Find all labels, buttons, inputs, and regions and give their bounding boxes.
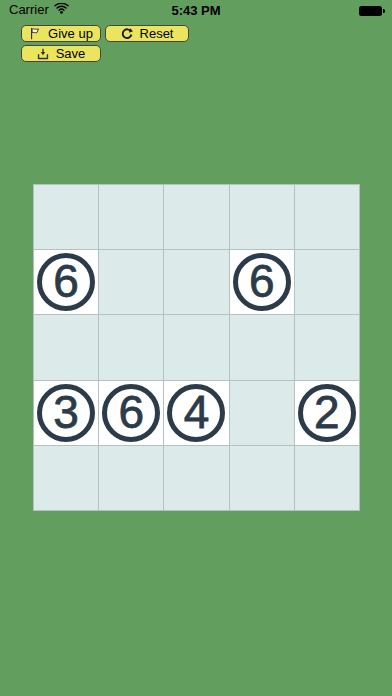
save-button[interactable]: Save [21, 45, 101, 62]
board: 663642 [33, 184, 360, 511]
cell-r3c4[interactable] [230, 315, 294, 379]
cell-r1c2[interactable] [99, 185, 163, 249]
cell-r3c5[interactable] [295, 315, 359, 379]
reset-label: Reset [140, 27, 174, 40]
cell-r4c1[interactable]: 3 [34, 381, 98, 445]
save-tray-icon [37, 48, 49, 60]
battery-full-icon [359, 6, 382, 16]
cell-r4c3[interactable]: 4 [164, 381, 228, 445]
cell-r5c1[interactable] [34, 446, 98, 510]
cell-r1c5[interactable] [295, 185, 359, 249]
screen: { "game": "kuromasu", "position": { "row… [0, 0, 392, 696]
cell-r5c2[interactable] [99, 446, 163, 510]
cell-r5c3[interactable] [164, 446, 228, 510]
cell-r4c2[interactable]: 6 [99, 381, 163, 445]
cell-r2c5[interactable] [295, 250, 359, 314]
clue-circle: 2 [298, 384, 356, 442]
save-label: Save [56, 47, 86, 60]
reset-button[interactable]: Reset [105, 25, 189, 42]
clue-circle: 3 [37, 384, 95, 442]
cell-r4c5[interactable]: 2 [295, 381, 359, 445]
cell-r1c4[interactable] [230, 185, 294, 249]
clue-circle: 6 [37, 253, 95, 311]
cell-r2c2[interactable] [99, 250, 163, 314]
clue-circle: 6 [102, 384, 160, 442]
cell-r3c1[interactable] [34, 315, 98, 379]
give-up-label: Give up [48, 27, 93, 40]
cell-r4c4[interactable] [230, 381, 294, 445]
cell-r3c2[interactable] [99, 315, 163, 379]
cell-r5c4[interactable] [230, 446, 294, 510]
cell-r3c3[interactable] [164, 315, 228, 379]
cell-r2c1[interactable]: 6 [34, 250, 98, 314]
cell-r2c3[interactable] [164, 250, 228, 314]
status-bar: Carrier 5:43 PM [0, 0, 392, 20]
clue-circle: 4 [167, 384, 225, 442]
cell-r2c4[interactable]: 6 [230, 250, 294, 314]
give-up-button[interactable]: Give up [21, 25, 101, 42]
white-flag-icon [29, 27, 41, 40]
clock: 5:43 PM [0, 3, 392, 18]
cell-r5c5[interactable] [295, 446, 359, 510]
clockwise-arrow-icon [121, 28, 133, 40]
cell-r1c1[interactable] [34, 185, 98, 249]
clue-circle: 6 [233, 253, 291, 311]
cell-r1c3[interactable] [164, 185, 228, 249]
